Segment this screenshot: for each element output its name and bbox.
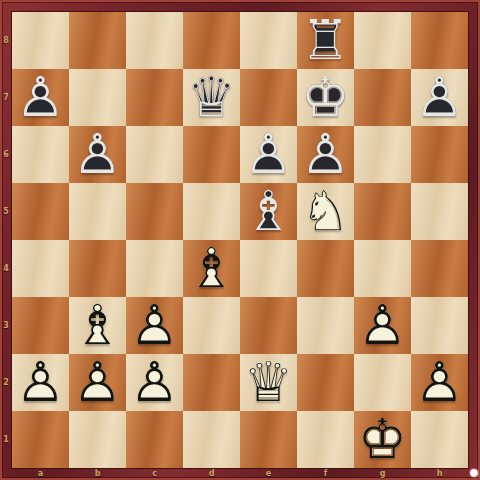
black-pawn[interactable]: ♟♙ xyxy=(297,126,354,183)
square-e6[interactable]: ♟♙ xyxy=(240,126,297,183)
square-e3[interactable] xyxy=(240,297,297,354)
black-rook[interactable]: ♜♖ xyxy=(297,12,354,69)
black-pawn-glyph-outline: ♙ xyxy=(69,126,126,183)
rank-label-4: 4 xyxy=(0,240,12,297)
square-b5[interactable] xyxy=(69,183,126,240)
square-d1[interactable] xyxy=(183,411,240,468)
file-label-b: b xyxy=(69,468,126,480)
black-queen-glyph-outline: ♕ xyxy=(183,69,240,126)
turn-indicator-white xyxy=(470,469,478,477)
square-a6[interactable] xyxy=(12,126,69,183)
rank-label-6: 6 xyxy=(0,126,12,183)
black-pawn-glyph-outline: ♙ xyxy=(297,126,354,183)
square-a2[interactable]: ♟♙ xyxy=(12,354,69,411)
square-h6[interactable] xyxy=(411,126,468,183)
white-bishop-glyph-outline: ♗ xyxy=(183,240,240,297)
black-pawn[interactable]: ♟♙ xyxy=(411,69,468,126)
square-h7[interactable]: ♟♙ xyxy=(411,69,468,126)
white-pawn[interactable]: ♟♙ xyxy=(126,297,183,354)
white-pawn[interactable]: ♟♙ xyxy=(126,354,183,411)
white-queen-glyph-outline: ♕ xyxy=(240,354,297,411)
file-label-a: a xyxy=(12,468,69,480)
square-a1[interactable] xyxy=(12,411,69,468)
square-g4[interactable] xyxy=(354,240,411,297)
square-b1[interactable] xyxy=(69,411,126,468)
file-label-f: f xyxy=(297,468,354,480)
square-e2[interactable]: ♛♕ xyxy=(240,354,297,411)
square-c4[interactable] xyxy=(126,240,183,297)
square-c7[interactable] xyxy=(126,69,183,126)
rank-label-2: 2 xyxy=(0,354,12,411)
square-d3[interactable] xyxy=(183,297,240,354)
square-d6[interactable] xyxy=(183,126,240,183)
square-h3[interactable] xyxy=(411,297,468,354)
white-pawn-glyph-outline: ♙ xyxy=(69,354,126,411)
chess-board: ♜♖♟♙♛♕♚♔♟♙♟♙♟♙♟♙♝♗♞♘♝♗♝♗♟♙♟♙♟♙♟♙♟♙♛♕♟♙♚♔ xyxy=(12,12,468,468)
square-f2[interactable] xyxy=(297,354,354,411)
white-pawn[interactable]: ♟♙ xyxy=(12,354,69,411)
square-b2[interactable]: ♟♙ xyxy=(69,354,126,411)
square-c1[interactable] xyxy=(126,411,183,468)
white-queen[interactable]: ♛♕ xyxy=(240,354,297,411)
white-pawn-glyph-outline: ♙ xyxy=(12,354,69,411)
file-label-g: g xyxy=(354,468,411,480)
white-pawn[interactable]: ♟♙ xyxy=(354,297,411,354)
square-f8[interactable]: ♜♖ xyxy=(297,12,354,69)
white-bishop[interactable]: ♝♗ xyxy=(69,297,126,354)
white-pawn-glyph-outline: ♙ xyxy=(354,297,411,354)
white-pawn[interactable]: ♟♙ xyxy=(69,354,126,411)
white-bishop[interactable]: ♝♗ xyxy=(183,240,240,297)
board-frame: ♜♖♟♙♛♕♚♔♟♙♟♙♟♙♟♙♝♗♞♘♝♗♝♗♟♙♟♙♟♙♟♙♟♙♛♕♟♙♚♔… xyxy=(0,0,480,480)
white-pawn-glyph-outline: ♙ xyxy=(411,354,468,411)
square-g1[interactable]: ♚♔ xyxy=(354,411,411,468)
white-king[interactable]: ♚♔ xyxy=(354,411,411,468)
square-e4[interactable] xyxy=(240,240,297,297)
square-b6[interactable]: ♟♙ xyxy=(69,126,126,183)
square-c3[interactable]: ♟♙ xyxy=(126,297,183,354)
square-h4[interactable] xyxy=(411,240,468,297)
square-d7[interactable]: ♛♕ xyxy=(183,69,240,126)
square-g5[interactable] xyxy=(354,183,411,240)
square-d8[interactable] xyxy=(183,12,240,69)
square-a4[interactable] xyxy=(12,240,69,297)
square-h1[interactable] xyxy=(411,411,468,468)
square-h2[interactable]: ♟♙ xyxy=(411,354,468,411)
square-a7[interactable]: ♟♙ xyxy=(12,69,69,126)
square-g8[interactable] xyxy=(354,12,411,69)
square-f6[interactable]: ♟♙ xyxy=(297,126,354,183)
square-f7[interactable]: ♚♔ xyxy=(297,69,354,126)
black-pawn-glyph-outline: ♙ xyxy=(12,69,69,126)
square-a5[interactable] xyxy=(12,183,69,240)
square-c8[interactable] xyxy=(126,12,183,69)
square-g2[interactable] xyxy=(354,354,411,411)
square-f4[interactable] xyxy=(297,240,354,297)
white-pawn[interactable]: ♟♙ xyxy=(411,354,468,411)
file-label-h: h xyxy=(411,468,468,480)
square-f1[interactable] xyxy=(297,411,354,468)
white-knight-glyph-outline: ♘ xyxy=(297,183,354,240)
square-b7[interactable] xyxy=(69,69,126,126)
square-c2[interactable]: ♟♙ xyxy=(126,354,183,411)
square-h8[interactable] xyxy=(411,12,468,69)
black-pawn[interactable]: ♟♙ xyxy=(240,126,297,183)
square-d4[interactable]: ♝♗ xyxy=(183,240,240,297)
square-a3[interactable] xyxy=(12,297,69,354)
square-b8[interactable] xyxy=(69,12,126,69)
file-label-c: c xyxy=(126,468,183,480)
rank-label-5: 5 xyxy=(0,183,12,240)
white-king-glyph-outline: ♔ xyxy=(354,411,411,468)
file-label-e: e xyxy=(240,468,297,480)
white-knight[interactable]: ♞♘ xyxy=(297,183,354,240)
black-king[interactable]: ♚♔ xyxy=(297,69,354,126)
black-rook-glyph-outline: ♖ xyxy=(297,12,354,69)
rank-label-3: 3 xyxy=(0,297,12,354)
square-a8[interactable] xyxy=(12,12,69,69)
square-e5[interactable]: ♝♗ xyxy=(240,183,297,240)
square-f3[interactable] xyxy=(297,297,354,354)
black-queen[interactable]: ♛♕ xyxy=(183,69,240,126)
square-d5[interactable] xyxy=(183,183,240,240)
square-d2[interactable] xyxy=(183,354,240,411)
rank-label-7: 7 xyxy=(0,69,12,126)
white-bishop-glyph-outline: ♗ xyxy=(69,297,126,354)
black-pawn[interactable]: ♟♙ xyxy=(12,69,69,126)
square-g3[interactable]: ♟♙ xyxy=(354,297,411,354)
square-g6[interactable] xyxy=(354,126,411,183)
black-pawn-glyph-outline: ♙ xyxy=(240,126,297,183)
square-f5[interactable]: ♞♘ xyxy=(297,183,354,240)
black-bishop-glyph-outline: ♗ xyxy=(240,183,297,240)
square-e7[interactable] xyxy=(240,69,297,126)
square-b3[interactable]: ♝♗ xyxy=(69,297,126,354)
black-bishop[interactable]: ♝♗ xyxy=(240,183,297,240)
square-h5[interactable] xyxy=(411,183,468,240)
black-king-glyph-outline: ♔ xyxy=(297,69,354,126)
file-label-d: d xyxy=(183,468,240,480)
square-b4[interactable] xyxy=(69,240,126,297)
square-c5[interactable] xyxy=(126,183,183,240)
square-c6[interactable] xyxy=(126,126,183,183)
rank-label-1: 1 xyxy=(0,411,12,468)
square-e8[interactable] xyxy=(240,12,297,69)
black-pawn[interactable]: ♟♙ xyxy=(69,126,126,183)
square-e1[interactable] xyxy=(240,411,297,468)
black-pawn-glyph-outline: ♙ xyxy=(411,69,468,126)
square-g7[interactable] xyxy=(354,69,411,126)
white-pawn-glyph-outline: ♙ xyxy=(126,354,183,411)
rank-label-8: 8 xyxy=(0,12,12,69)
white-pawn-glyph-outline: ♙ xyxy=(126,297,183,354)
